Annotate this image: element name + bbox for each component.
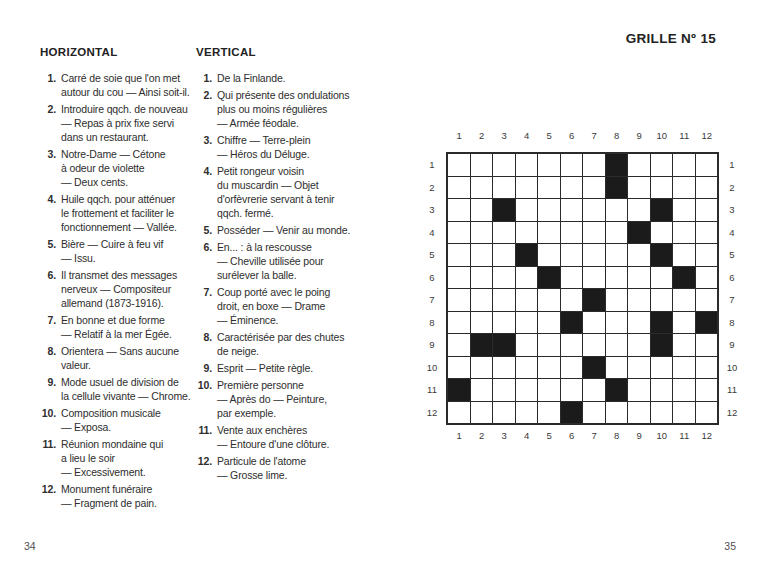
block-cell-r11-c1 xyxy=(448,379,470,401)
coordinate-label: 5 xyxy=(538,430,561,441)
clue-text: Monument funéraire — Fragment de pain. xyxy=(61,482,198,510)
open-cell-r12-c10[interactable] xyxy=(651,402,673,424)
horizontal-clue-11: 11.Réunion mondaine qui a lieu le soir —… xyxy=(40,437,198,479)
open-cell-r12-c9[interactable] xyxy=(628,402,650,424)
open-cell-r10-c1[interactable] xyxy=(448,357,470,379)
open-cell-r11-c11[interactable] xyxy=(673,379,695,401)
open-cell-r4-c7[interactable] xyxy=(583,222,605,244)
page-number-left: 34 xyxy=(24,540,36,552)
coordinate-label: 11 xyxy=(673,130,696,141)
block-cell-r3-c10 xyxy=(651,199,673,221)
open-cell-r1-c7[interactable] xyxy=(583,154,605,176)
clue-number: 11. xyxy=(196,423,212,451)
open-cell-r1-c10[interactable] xyxy=(651,154,673,176)
coordinate-label: 8 xyxy=(423,312,441,335)
open-cell-r8-c1[interactable] xyxy=(448,312,470,334)
open-cell-r7-c8[interactable] xyxy=(606,289,628,311)
clue-number: 5. xyxy=(40,237,56,265)
block-cell-r5-c10 xyxy=(651,244,673,266)
open-cell-r6-c12[interactable] xyxy=(696,267,718,289)
open-cell-r2-c1[interactable] xyxy=(448,177,470,199)
open-cell-r5-c5[interactable] xyxy=(538,244,560,266)
coordinate-label: 8 xyxy=(606,430,629,441)
coordinate-label: 4 xyxy=(516,430,539,441)
open-cell-r11-c3[interactable] xyxy=(493,379,515,401)
open-cell-r2-c5[interactable] xyxy=(538,177,560,199)
open-cell-r4-c12[interactable] xyxy=(696,222,718,244)
clue-number: 3. xyxy=(196,133,212,161)
coordinate-label: 10 xyxy=(723,357,741,380)
open-cell-r9-c6[interactable] xyxy=(561,334,583,356)
open-cell-r12-c8[interactable] xyxy=(606,402,628,424)
grid-row-labels-left: 123456789101112 xyxy=(423,154,441,424)
grid-column-labels-bottom: 123456789101112 xyxy=(448,430,718,441)
vertical-clue-8: 8.Caractérisée par des chutes de neige. xyxy=(196,330,360,358)
open-cell-r1-c6[interactable] xyxy=(561,154,583,176)
open-cell-r7-c6[interactable] xyxy=(561,289,583,311)
coordinate-label: 9 xyxy=(628,430,651,441)
open-cell-r5-c7[interactable] xyxy=(583,244,605,266)
clue-text: Chiffre — Terre-plein — Héros du Déluge. xyxy=(217,133,360,161)
clue-number: 1. xyxy=(40,71,56,99)
open-cell-r10-c5[interactable] xyxy=(538,357,560,379)
open-cell-r4-c3[interactable] xyxy=(493,222,515,244)
open-cell-r4-c5[interactable] xyxy=(538,222,560,244)
open-cell-r6-c1[interactable] xyxy=(448,267,470,289)
open-cell-r10-c6[interactable] xyxy=(561,357,583,379)
open-cell-r2-c11[interactable] xyxy=(673,177,695,199)
open-cell-r9-c7[interactable] xyxy=(583,334,605,356)
coordinate-label: 5 xyxy=(423,244,441,267)
open-cell-r11-c5[interactable] xyxy=(538,379,560,401)
open-cell-r7-c2[interactable] xyxy=(471,289,493,311)
clue-number: 8. xyxy=(196,330,212,358)
block-cell-r1-c8 xyxy=(606,154,628,176)
open-cell-r6-c3[interactable] xyxy=(493,267,515,289)
open-cell-r3-c5[interactable] xyxy=(538,199,560,221)
open-cell-r6-c6[interactable] xyxy=(561,267,583,289)
clue-text: Qui présente des ondulations plus ou moi… xyxy=(217,88,360,130)
open-cell-r3-c9[interactable] xyxy=(628,199,650,221)
open-cell-r8-c9[interactable] xyxy=(628,312,650,334)
clue-number: 12. xyxy=(196,454,212,482)
coordinate-label: 4 xyxy=(723,222,741,245)
open-cell-r7-c11[interactable] xyxy=(673,289,695,311)
coordinate-label: 6 xyxy=(723,267,741,290)
clue-text: Huile qqch. pour atténuer le frottement … xyxy=(61,192,198,234)
crossword-grid xyxy=(446,152,719,425)
open-cell-r2-c9[interactable] xyxy=(628,177,650,199)
clue-text: Vente aux enchères — Entoure d'une clôtu… xyxy=(217,423,360,451)
open-cell-r4-c6[interactable] xyxy=(561,222,583,244)
coordinate-label: 8 xyxy=(723,312,741,335)
coordinate-label: 1 xyxy=(448,130,471,141)
coordinate-label: 9 xyxy=(423,334,441,357)
open-cell-r9-c4[interactable] xyxy=(516,334,538,356)
open-cell-r8-c11[interactable] xyxy=(673,312,695,334)
open-cell-r11-c7[interactable] xyxy=(583,379,605,401)
page-number-right: 35 xyxy=(724,540,736,552)
open-cell-r8-c7[interactable] xyxy=(583,312,605,334)
open-cell-r3-c6[interactable] xyxy=(561,199,583,221)
open-cell-r12-c5[interactable] xyxy=(538,402,560,424)
open-cell-r8-c2[interactable] xyxy=(471,312,493,334)
clue-number: 6. xyxy=(196,240,212,282)
clue-text: En bonne et due forme — Relatif à la mer… xyxy=(61,313,198,341)
clue-number: 8. xyxy=(40,344,56,372)
clue-number: 6. xyxy=(40,268,56,310)
coordinate-label: 2 xyxy=(471,130,494,141)
coordinate-label: 2 xyxy=(723,177,741,200)
block-cell-r9-c10 xyxy=(651,334,673,356)
vertical-clue-11: 11.Vente aux enchères — Entoure d'une cl… xyxy=(196,423,360,451)
coordinate-label: 6 xyxy=(423,267,441,290)
block-cell-r6-c5 xyxy=(538,267,560,289)
horizontal-clue-2: 2.Introduire qqch. de nouveau — Repas à … xyxy=(40,102,198,144)
open-cell-r5-c9[interactable] xyxy=(628,244,650,266)
vertical-clue-6: 6.En... : à la rescousse — Cheville util… xyxy=(196,240,360,282)
horizontal-clue-8: 8.Orientera — Sans aucune valeur. xyxy=(40,344,198,372)
block-cell-r3-c3 xyxy=(493,199,515,221)
vertical-clues-column: VERTICAL 1.De la Finlande.2.Qui présente… xyxy=(196,46,360,485)
clue-number: 2. xyxy=(40,102,56,144)
coordinate-label: 6 xyxy=(561,130,584,141)
block-cell-r5-c4 xyxy=(516,244,538,266)
coordinate-label: 9 xyxy=(723,334,741,357)
vertical-clue-12: 12.Particule de l'atome — Grosse lime. xyxy=(196,454,360,482)
open-cell-r12-c12[interactable] xyxy=(696,402,718,424)
open-cell-r8-c4[interactable] xyxy=(516,312,538,334)
open-cell-r4-c1[interactable] xyxy=(448,222,470,244)
clue-text: Particule de l'atome — Grosse lime. xyxy=(217,454,360,482)
coordinate-label: 7 xyxy=(583,130,606,141)
coordinate-label: 7 xyxy=(583,430,606,441)
coordinate-label: 11 xyxy=(423,379,441,402)
open-cell-r8-c3[interactable] xyxy=(493,312,515,334)
clue-text: Mode usuel de division de la cellule viv… xyxy=(61,375,198,403)
open-cell-r9-c9[interactable] xyxy=(628,334,650,356)
coordinate-label: 1 xyxy=(448,430,471,441)
open-cell-r10-c2[interactable] xyxy=(471,357,493,379)
clue-text: Caractérisée par des chutes de neige. xyxy=(217,330,360,358)
horizontal-clue-list: 1.Carré de soie que l'on met autour du c… xyxy=(40,71,198,510)
vertical-clue-4: 4.Petit rongeur voisin du muscardin — Ob… xyxy=(196,164,360,220)
horizontal-clue-4: 4.Huile qqch. pour atténuer le frottemen… xyxy=(40,192,198,234)
open-cell-r3-c1[interactable] xyxy=(448,199,470,221)
vertical-clue-5: 5.Posséder — Venir au monde. xyxy=(196,223,360,237)
clue-number: 7. xyxy=(196,285,212,327)
open-cell-r2-c3[interactable] xyxy=(493,177,515,199)
open-cell-r6-c8[interactable] xyxy=(606,267,628,289)
open-cell-r7-c3[interactable] xyxy=(493,289,515,311)
open-cell-r2-c4[interactable] xyxy=(516,177,538,199)
open-cell-r1-c2[interactable] xyxy=(471,154,493,176)
clue-text: Composition musicale — Exposa. xyxy=(61,406,198,434)
coordinate-label: 4 xyxy=(516,130,539,141)
coordinate-label: 12 xyxy=(723,402,741,425)
open-cell-r4-c10[interactable] xyxy=(651,222,673,244)
coordinate-label: 8 xyxy=(606,130,629,141)
open-cell-r1-c12[interactable] xyxy=(696,154,718,176)
coordinate-label: 11 xyxy=(673,430,696,441)
open-cell-r6-c7[interactable] xyxy=(583,267,605,289)
open-cell-r7-c4[interactable] xyxy=(516,289,538,311)
block-cell-r11-c8 xyxy=(606,379,628,401)
clue-number: 11. xyxy=(40,437,56,479)
clue-text: De la Finlande. xyxy=(217,71,360,85)
grid-row-labels-right: 123456789101112 xyxy=(723,154,741,424)
open-cell-r3-c12[interactable] xyxy=(696,199,718,221)
clue-text: Bière — Cuire à feu vif — Issu. xyxy=(61,237,198,265)
open-cell-r4-c8[interactable] xyxy=(606,222,628,244)
coordinate-label: 11 xyxy=(723,379,741,402)
open-cell-r7-c10[interactable] xyxy=(651,289,673,311)
open-cell-r4-c2[interactable] xyxy=(471,222,493,244)
coordinate-label: 10 xyxy=(423,357,441,380)
open-cell-r3-c2[interactable] xyxy=(471,199,493,221)
open-cell-r9-c8[interactable] xyxy=(606,334,628,356)
clue-number: 4. xyxy=(40,192,56,234)
clue-number: 12. xyxy=(40,482,56,510)
open-cell-r2-c12[interactable] xyxy=(696,177,718,199)
open-cell-r8-c5[interactable] xyxy=(538,312,560,334)
open-cell-r12-c2[interactable] xyxy=(471,402,493,424)
clue-number: 1. xyxy=(196,71,212,85)
clue-number: 2. xyxy=(196,88,212,130)
open-cell-r9-c11[interactable] xyxy=(673,334,695,356)
open-cell-r6-c9[interactable] xyxy=(628,267,650,289)
open-cell-r9-c5[interactable] xyxy=(538,334,560,356)
open-cell-r1-c11[interactable] xyxy=(673,154,695,176)
open-cell-r5-c1[interactable] xyxy=(448,244,470,266)
horizontal-heading: HORIZONTAL xyxy=(40,46,198,58)
open-cell-r6-c4[interactable] xyxy=(516,267,538,289)
open-cell-r2-c7[interactable] xyxy=(583,177,605,199)
open-cell-r5-c12[interactable] xyxy=(696,244,718,266)
open-cell-r1-c1[interactable] xyxy=(448,154,470,176)
clue-text: Petit rongeur voisin du muscardin — Obje… xyxy=(217,164,360,220)
open-cell-r3-c4[interactable] xyxy=(516,199,538,221)
coordinate-label: 5 xyxy=(723,244,741,267)
open-cell-r5-c3[interactable] xyxy=(493,244,515,266)
open-cell-r11-c6[interactable] xyxy=(561,379,583,401)
coordinate-label: 10 xyxy=(651,130,674,141)
open-cell-r11-c12[interactable] xyxy=(696,379,718,401)
open-cell-r11-c4[interactable] xyxy=(516,379,538,401)
open-cell-r1-c5[interactable] xyxy=(538,154,560,176)
clue-number: 10. xyxy=(40,406,56,434)
coordinate-label: 7 xyxy=(423,289,441,312)
clue-text: Orientera — Sans aucune valeur. xyxy=(61,344,198,372)
clue-number: 4. xyxy=(196,164,212,220)
open-cell-r2-c2[interactable] xyxy=(471,177,493,199)
horizontal-clue-3: 3.Notre-Dame — Cétone à odeur de violett… xyxy=(40,147,198,189)
open-cell-r5-c11[interactable] xyxy=(673,244,695,266)
clue-text: Coup porté avec le poing droit, en boxe … xyxy=(217,285,360,327)
block-cell-r9-c2 xyxy=(471,334,493,356)
vertical-clue-9: 9.Esprit — Petite règle. xyxy=(196,361,360,375)
open-cell-r9-c1[interactable] xyxy=(448,334,470,356)
open-cell-r12-c11[interactable] xyxy=(673,402,695,424)
book-page: GRILLE Nº 15 HORIZONTAL 1.Carré de soie … xyxy=(0,0,760,579)
clue-text: En... : à la rescousse — Cheville utilis… xyxy=(217,240,360,282)
open-cell-r2-c10[interactable] xyxy=(651,177,673,199)
vertical-heading: VERTICAL xyxy=(196,46,360,58)
horizontal-clue-12: 12.Monument funéraire — Fragment de pain… xyxy=(40,482,198,510)
clue-number: 7. xyxy=(40,313,56,341)
open-cell-r10-c3[interactable] xyxy=(493,357,515,379)
open-cell-r6-c10[interactable] xyxy=(651,267,673,289)
clue-text: Carré de soie que l'on met autour du cou… xyxy=(61,71,198,99)
clue-text: Introduire qqch. de nouveau — Repas à pr… xyxy=(61,102,198,144)
vertical-clue-2: 2.Qui présente des ondulations plus ou m… xyxy=(196,88,360,130)
open-cell-r8-c8[interactable] xyxy=(606,312,628,334)
open-cell-r7-c9[interactable] xyxy=(628,289,650,311)
coordinate-label: 3 xyxy=(423,199,441,222)
clue-number: 3. xyxy=(40,147,56,189)
coordinate-label: 3 xyxy=(493,430,516,441)
block-cell-r12-c6 xyxy=(561,402,583,424)
horizontal-clue-1: 1.Carré de soie que l'on met autour du c… xyxy=(40,71,198,99)
open-cell-r11-c9[interactable] xyxy=(628,379,650,401)
coordinate-label: 7 xyxy=(723,289,741,312)
clue-text: Il transmet des messages nerveux — Compo… xyxy=(61,268,198,310)
horizontal-clue-7: 7.En bonne et due forme — Relatif à la m… xyxy=(40,313,198,341)
coordinate-label: 12 xyxy=(696,130,719,141)
open-cell-r12-c3[interactable] xyxy=(493,402,515,424)
coordinate-label: 10 xyxy=(651,430,674,441)
horizontal-clue-6: 6.Il transmet des messages nerveux — Com… xyxy=(40,268,198,310)
block-cell-r8-c6 xyxy=(561,312,583,334)
open-cell-r11-c10[interactable] xyxy=(651,379,673,401)
coordinate-label: 12 xyxy=(423,402,441,425)
open-cell-r3-c7[interactable] xyxy=(583,199,605,221)
open-cell-r5-c2[interactable] xyxy=(471,244,493,266)
open-cell-r1-c3[interactable] xyxy=(493,154,515,176)
block-cell-r7-c7 xyxy=(583,289,605,311)
coordinate-label: 5 xyxy=(538,130,561,141)
open-cell-r7-c12[interactable] xyxy=(696,289,718,311)
open-cell-r3-c8[interactable] xyxy=(606,199,628,221)
open-cell-r6-c2[interactable] xyxy=(471,267,493,289)
open-cell-r9-c12[interactable] xyxy=(696,334,718,356)
horizontal-clues-column: HORIZONTAL 1.Carré de soie que l'on met … xyxy=(40,46,198,513)
open-cell-r11-c2[interactable] xyxy=(471,379,493,401)
open-cell-r12-c1[interactable] xyxy=(448,402,470,424)
coordinate-label: 6 xyxy=(561,430,584,441)
block-cell-r6-c11 xyxy=(673,267,695,289)
page-title: GRILLE Nº 15 xyxy=(626,31,716,46)
open-cell-r12-c4[interactable] xyxy=(516,402,538,424)
open-cell-r5-c8[interactable] xyxy=(606,244,628,266)
clue-number: 10. xyxy=(196,378,212,420)
horizontal-clue-5: 5.Bière — Cuire à feu vif — Issu. xyxy=(40,237,198,265)
coordinate-label: 1 xyxy=(723,154,741,177)
clue-text: Notre-Dame — Cétone à odeur de violette … xyxy=(61,147,198,189)
open-cell-r1-c4[interactable] xyxy=(516,154,538,176)
clue-text: Réunion mondaine qui a lieu le soir — Ex… xyxy=(61,437,198,479)
open-cell-r10-c12[interactable] xyxy=(696,357,718,379)
coordinate-label: 12 xyxy=(696,430,719,441)
block-cell-r8-c10 xyxy=(651,312,673,334)
coordinate-label: 2 xyxy=(423,177,441,200)
open-cell-r10-c11[interactable] xyxy=(673,357,695,379)
open-cell-r7-c1[interactable] xyxy=(448,289,470,311)
clue-text: Posséder — Venir au monde. xyxy=(217,223,360,237)
open-cell-r10-c8[interactable] xyxy=(606,357,628,379)
block-cell-r8-c12 xyxy=(696,312,718,334)
block-cell-r4-c9 xyxy=(628,222,650,244)
vertical-clue-10: 10.Première personne — Après do — Peintu… xyxy=(196,378,360,420)
open-cell-r7-c5[interactable] xyxy=(538,289,560,311)
open-cell-r3-c11[interactable] xyxy=(673,199,695,221)
clue-number: 9. xyxy=(196,361,212,375)
horizontal-clue-10: 10.Composition musicale — Exposa. xyxy=(40,406,198,434)
vertical-clue-1: 1.De la Finlande. xyxy=(196,71,360,85)
coordinate-label: 3 xyxy=(723,199,741,222)
coordinate-label: 2 xyxy=(471,430,494,441)
horizontal-clue-9: 9.Mode usuel de division de la cellule v… xyxy=(40,375,198,403)
open-cell-r4-c4[interactable] xyxy=(516,222,538,244)
block-cell-r2-c8 xyxy=(606,177,628,199)
clue-number: 9. xyxy=(40,375,56,403)
coordinate-label: 1 xyxy=(423,154,441,177)
vertical-clue-7: 7.Coup porté avec le poing droit, en box… xyxy=(196,285,360,327)
open-cell-r12-c7[interactable] xyxy=(583,402,605,424)
coordinate-label: 4 xyxy=(423,222,441,245)
clue-text: Première personne — Après do — Peinture,… xyxy=(217,378,360,420)
grid-column-labels-top: 123456789101112 xyxy=(448,130,718,141)
coordinate-label: 3 xyxy=(493,130,516,141)
open-cell-r10-c4[interactable] xyxy=(516,357,538,379)
open-cell-r5-c6[interactable] xyxy=(561,244,583,266)
open-cell-r4-c11[interactable] xyxy=(673,222,695,244)
vertical-clue-list: 1.De la Finlande.2.Qui présente des ondu… xyxy=(196,71,360,482)
block-cell-r10-c7 xyxy=(583,357,605,379)
open-cell-r1-c9[interactable] xyxy=(628,154,650,176)
open-cell-r10-c10[interactable] xyxy=(651,357,673,379)
block-cell-r9-c3 xyxy=(493,334,515,356)
clue-number: 5. xyxy=(196,223,212,237)
open-cell-r2-c6[interactable] xyxy=(561,177,583,199)
clue-text: Esprit — Petite règle. xyxy=(217,361,360,375)
coordinate-label: 9 xyxy=(628,130,651,141)
vertical-clue-3: 3.Chiffre — Terre-plein — Héros du Délug… xyxy=(196,133,360,161)
open-cell-r10-c9[interactable] xyxy=(628,357,650,379)
